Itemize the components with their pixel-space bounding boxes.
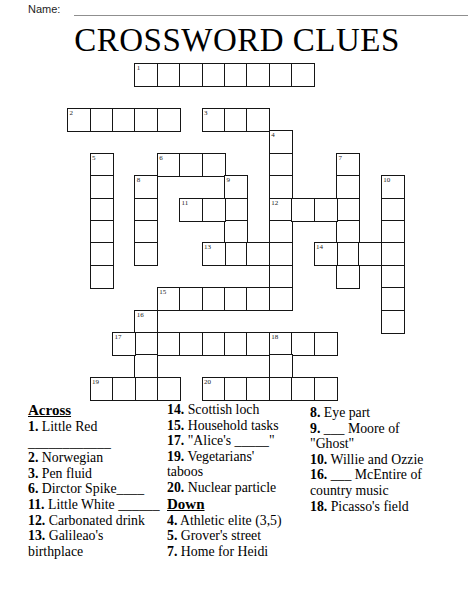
cell-number: 16 (137, 311, 144, 319)
grid-cell[interactable] (134, 198, 158, 222)
grid-cell[interactable] (134, 377, 158, 401)
cell-number: 13 (204, 243, 211, 251)
grid-cell[interactable] (134, 108, 158, 132)
clue-number: 19. (167, 449, 184, 464)
clue-item: 17. "Alice's _____" (167, 433, 307, 449)
grid-cell[interactable] (224, 287, 248, 311)
cell-number: 15 (159, 288, 166, 296)
cell-number: 8 (137, 176, 141, 184)
grid-cell[interactable] (224, 63, 248, 87)
grid-cell[interactable] (358, 242, 382, 266)
grid-cell[interactable]: 18 (269, 332, 293, 356)
clue-number: 14. (167, 402, 184, 417)
clue-item: 3. Pen fluid (28, 466, 164, 482)
clue-item: 16. ___ McEntire of country music (310, 467, 470, 498)
grid-cell[interactable] (269, 287, 293, 311)
grid-cell[interactable] (224, 377, 248, 401)
clue-number: 18. (310, 499, 327, 514)
clue-item: 9. ___ Moore of "Ghost" (310, 421, 470, 452)
clue-item: 5. Grover's street (167, 528, 307, 544)
grid-cell[interactable] (381, 220, 405, 244)
grid-cell[interactable]: 16 (134, 310, 158, 334)
grid-cell[interactable] (381, 265, 405, 289)
grid-cell[interactable] (269, 220, 293, 244)
grid-cell[interactable] (224, 108, 248, 132)
grid-cell[interactable]: 2 (67, 108, 91, 132)
grid-cell[interactable] (246, 108, 270, 132)
grid-cell[interactable] (336, 175, 360, 199)
grid-cell[interactable] (269, 354, 293, 378)
clue-item: 11. Little White ______ (28, 497, 164, 513)
grid-cell[interactable] (224, 220, 248, 244)
grid-cell[interactable] (269, 63, 293, 87)
cell-number: 9 (226, 176, 230, 184)
grid-cell[interactable]: 9 (224, 175, 248, 199)
grid-cell[interactable] (202, 63, 226, 87)
grid-cell[interactable] (157, 108, 181, 132)
grid-cell[interactable] (157, 332, 181, 356)
grid-cell[interactable] (269, 377, 293, 401)
clue-item: 15. Household tasks (167, 418, 307, 434)
grid-cell[interactable] (224, 198, 248, 222)
grid-cell[interactable] (336, 265, 360, 289)
grid-cell[interactable] (179, 153, 203, 177)
grid-cell[interactable] (90, 242, 114, 266)
cell-number: 3 (204, 109, 208, 117)
grid-cell[interactable] (179, 63, 203, 87)
grid-cell[interactable] (90, 220, 114, 244)
clue-number: 3. (28, 466, 38, 481)
cell-number: 20 (204, 378, 211, 386)
cell-number: 4 (271, 131, 275, 139)
cell-number: 11 (182, 199, 189, 207)
grid-cell[interactable]: 8 (134, 175, 158, 199)
cell-number: 12 (271, 199, 278, 207)
grid-cell[interactable]: 4 (269, 130, 293, 154)
grid-cell[interactable]: 10 (381, 175, 405, 199)
grid-cell[interactable] (381, 242, 405, 266)
clue-column-1: Across1. Little Red ____________2. Norwe… (28, 402, 164, 559)
grid-cell[interactable]: 1 (134, 63, 158, 87)
clue-number: 15. (167, 418, 184, 433)
cell-number: 7 (338, 154, 342, 162)
clue-number: 20. (167, 480, 184, 495)
grid-cell[interactable] (381, 287, 405, 311)
grid-cell[interactable] (336, 242, 360, 266)
grid-cell[interactable]: 7 (336, 153, 360, 177)
grid-cell[interactable] (224, 242, 248, 266)
grid-cell[interactable]: 11 (179, 198, 203, 222)
grid-cell[interactable] (246, 332, 270, 356)
grid-cell[interactable]: 19 (90, 377, 114, 401)
clue-number: 6. (28, 481, 38, 496)
clue-number: 17. (167, 433, 184, 448)
cell-number: 6 (159, 154, 163, 162)
clue-item: 7. Home for Heidi (167, 544, 307, 560)
grid-cell[interactable] (112, 377, 136, 401)
grid-cell[interactable]: 5 (90, 153, 114, 177)
grid-cell[interactable] (202, 198, 226, 222)
clues-heading-down: Down (167, 496, 307, 513)
cell-number: 19 (92, 378, 99, 386)
clue-item: 13. Galileao's birthplace (28, 528, 164, 559)
grid-cell[interactable]: 6 (157, 153, 181, 177)
clue-number: 10. (310, 452, 327, 467)
grid-cell[interactable] (269, 175, 293, 199)
grid-cell[interactable] (112, 108, 136, 132)
clue-item: 2. Norwegian (28, 450, 164, 466)
grid-cell[interactable] (134, 332, 158, 356)
cell-number: 5 (92, 154, 96, 162)
grid-cell[interactable] (179, 287, 203, 311)
clue-item: 19. Vegetarians' taboos (167, 449, 307, 480)
grid-cell[interactable] (246, 377, 270, 401)
grid-cell[interactable] (246, 242, 270, 266)
grid-cell[interactable] (157, 63, 181, 87)
clue-item: 4. Athletic elite (3,5) (167, 513, 307, 529)
clue-item: 18. Picasso's field (310, 499, 470, 515)
clue-item: 8. Eye part (310, 405, 470, 421)
grid-cell[interactable] (336, 220, 360, 244)
clue-number: 16. (310, 467, 327, 482)
grid-cell[interactable] (157, 377, 181, 401)
grid-cell[interactable] (224, 332, 248, 356)
grid-cell[interactable]: 15 (157, 287, 181, 311)
grid-cell[interactable] (134, 220, 158, 244)
grid-cell[interactable] (291, 377, 315, 401)
grid-cell[interactable] (269, 153, 293, 177)
grid-cell[interactable] (202, 153, 226, 177)
grid-cell[interactable] (246, 287, 270, 311)
grid-cell[interactable] (269, 265, 293, 289)
cell-number: 18 (271, 333, 278, 341)
grid-cell[interactable] (90, 265, 114, 289)
clue-item: 6. Dirctor Spike____ (28, 481, 164, 497)
grid-cell[interactable]: 12 (269, 198, 293, 222)
cell-number: 17 (114, 333, 121, 341)
grid-cell[interactable] (246, 63, 270, 87)
grid-cell[interactable] (291, 332, 315, 356)
cell-number: 1 (137, 64, 141, 72)
clue-number: 7. (167, 544, 177, 559)
grid-cell[interactable] (381, 198, 405, 222)
grid-cell[interactable] (314, 198, 338, 222)
grid-cell[interactable] (314, 332, 338, 356)
grid-cell[interactable] (314, 377, 338, 401)
grid-cell[interactable] (90, 198, 114, 222)
grid-cell[interactable] (90, 108, 114, 132)
grid-cell[interactable]: 20 (202, 377, 226, 401)
grid-cell[interactable] (134, 242, 158, 266)
grid-cell[interactable] (90, 175, 114, 199)
cell-number: 10 (383, 176, 390, 184)
grid-cell[interactable] (134, 354, 158, 378)
cell-number: 14 (316, 243, 323, 251)
clue-column-3: 8. Eye part9. ___ Moore of "Ghost"10. Wi… (310, 405, 470, 514)
grid-cell[interactable] (381, 310, 405, 334)
clue-number: 2. (28, 450, 38, 465)
clue-number: 11. (28, 497, 45, 512)
grid-cell[interactable] (179, 332, 203, 356)
clue-item: 1. Little Red ____________ (28, 419, 164, 450)
grid-cell[interactable] (202, 332, 226, 356)
grid-cell[interactable] (291, 198, 315, 222)
clue-number: 4. (167, 513, 177, 528)
grid-cell[interactable]: 3 (202, 108, 226, 132)
clue-number: 13. (28, 528, 45, 543)
grid-cell[interactable] (336, 198, 360, 222)
clue-item: 10. Willie and Ozzie (310, 452, 470, 468)
clue-number: 1. (28, 419, 38, 434)
clue-column-2: 14. Scottish loch15. Household tasks17. … (167, 402, 307, 559)
clues-heading-across: Across (28, 402, 164, 419)
grid-cell[interactable] (269, 242, 293, 266)
worksheet-page: Name: CROSSWORD CLUES 123412567891011131… (0, 0, 474, 613)
grid-cell[interactable]: 13 (202, 242, 226, 266)
clue-number: 8. (310, 405, 320, 420)
clue-number: 9. (310, 421, 320, 436)
grid-cell[interactable] (291, 63, 315, 87)
cell-number: 2 (70, 109, 74, 117)
clue-number: 5. (167, 528, 177, 543)
clue-item: 12. Carbonated drink (28, 513, 164, 529)
clue-item: 14. Scottish loch (167, 402, 307, 418)
crossword-grid: 1234125678910111314151617181920 (0, 0, 474, 410)
clue-item: 20. Nuclear particle (167, 480, 307, 496)
grid-cell[interactable]: 17 (112, 332, 136, 356)
grid-cell[interactable]: 14 (314, 242, 338, 266)
clue-number: 12. (28, 513, 45, 528)
grid-cell[interactable] (202, 287, 226, 311)
